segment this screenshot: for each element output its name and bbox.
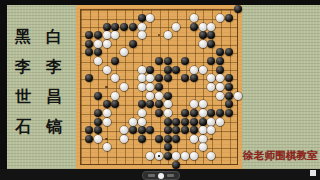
stone-white bbox=[207, 152, 215, 160]
stone-white bbox=[155, 92, 163, 100]
letterbox-bar-left bbox=[0, 5, 7, 169]
stone-white bbox=[207, 83, 215, 91]
star-point bbox=[105, 138, 107, 140]
stone-black bbox=[94, 31, 102, 39]
black-name-char: 黑 bbox=[14, 28, 32, 45]
rewind-icon[interactable] bbox=[148, 174, 155, 177]
stone-white bbox=[103, 66, 111, 74]
stone-black bbox=[155, 109, 163, 117]
stone-white bbox=[120, 48, 128, 56]
stone-white bbox=[164, 109, 172, 117]
stone-white bbox=[94, 135, 102, 143]
stone-black bbox=[103, 100, 111, 108]
stone-black bbox=[181, 57, 189, 65]
stone-black bbox=[94, 118, 102, 126]
forward-icon[interactable] bbox=[167, 174, 174, 177]
stone-black bbox=[225, 100, 233, 108]
stone-black bbox=[111, 23, 119, 31]
stone-black bbox=[225, 74, 233, 82]
stone-white bbox=[199, 135, 207, 143]
stone-white bbox=[164, 100, 172, 108]
stone-white bbox=[111, 31, 119, 39]
black-player-name-column: 黑李世石 bbox=[14, 28, 32, 135]
stone-white bbox=[146, 14, 154, 22]
stone-black bbox=[85, 31, 93, 39]
stone-black bbox=[207, 57, 215, 65]
stone-black bbox=[207, 40, 215, 48]
stone-white bbox=[207, 118, 215, 126]
video-frame: 黑李世石 白李昌镐 徐老师围棋教室 bbox=[0, 0, 320, 180]
stone-white bbox=[181, 152, 189, 160]
stone-black bbox=[207, 109, 215, 117]
stone-black bbox=[85, 74, 93, 82]
stone-white bbox=[207, 23, 215, 31]
stone-white bbox=[103, 143, 111, 151]
stone-black bbox=[181, 109, 189, 117]
stone-white bbox=[199, 100, 207, 108]
star-point bbox=[105, 86, 107, 88]
white-name-char: 白 bbox=[45, 28, 63, 45]
stone-black bbox=[129, 23, 137, 31]
stone-white bbox=[190, 14, 198, 22]
stone-black bbox=[129, 126, 137, 134]
board-stones-layer bbox=[76, 5, 242, 169]
star-point bbox=[210, 138, 212, 140]
stone-black bbox=[155, 83, 163, 91]
stone-black bbox=[111, 57, 119, 65]
stone-black bbox=[85, 126, 93, 134]
stone-black bbox=[225, 14, 233, 22]
stone-black bbox=[164, 118, 172, 126]
stone-white bbox=[199, 66, 207, 74]
stone-white bbox=[120, 135, 128, 143]
video-scrubber[interactable] bbox=[142, 171, 180, 180]
stone-white bbox=[103, 31, 111, 39]
stone-white bbox=[190, 152, 198, 160]
stone-black bbox=[225, 83, 233, 91]
stone-black bbox=[172, 126, 180, 134]
stone-black bbox=[225, 48, 233, 56]
stone-black bbox=[138, 100, 146, 108]
stone-black bbox=[181, 118, 189, 126]
go-board bbox=[76, 5, 242, 169]
stone-white bbox=[199, 23, 207, 31]
stone-white bbox=[216, 118, 224, 126]
stone-black bbox=[155, 100, 163, 108]
stone-black bbox=[216, 57, 224, 65]
stone-white bbox=[190, 135, 198, 143]
stone-black bbox=[146, 100, 154, 108]
stone-white bbox=[146, 83, 154, 91]
star-point bbox=[158, 34, 160, 36]
stone-white bbox=[216, 74, 224, 82]
stone-white bbox=[199, 126, 207, 134]
white-name-char: 镐 bbox=[45, 118, 63, 135]
stone-black bbox=[172, 161, 180, 169]
stone-white bbox=[138, 23, 146, 31]
stone-black bbox=[138, 126, 146, 134]
stone-white bbox=[216, 14, 224, 22]
fullscreen-icon[interactable] bbox=[310, 170, 316, 176]
stone-white bbox=[111, 92, 119, 100]
stone-black bbox=[172, 66, 180, 74]
stone-black bbox=[199, 118, 207, 126]
stone-black bbox=[181, 74, 189, 82]
stone-black bbox=[190, 126, 198, 134]
stone-black bbox=[94, 92, 102, 100]
letterbox-bar-top bbox=[0, 0, 320, 5]
stone-black bbox=[216, 66, 224, 74]
stone-black bbox=[138, 14, 146, 22]
stone-black bbox=[190, 109, 198, 117]
stone-black bbox=[199, 31, 207, 39]
stone-white bbox=[199, 40, 207, 48]
stone-white bbox=[199, 143, 207, 151]
stone-black bbox=[190, 118, 198, 126]
stone-white bbox=[138, 109, 146, 117]
stone-white bbox=[190, 100, 198, 108]
stone-white bbox=[94, 40, 102, 48]
stone-black bbox=[85, 48, 93, 56]
stone-black bbox=[155, 74, 163, 82]
stone-black bbox=[164, 66, 172, 74]
stone-black bbox=[94, 126, 102, 134]
stone-white bbox=[207, 74, 215, 82]
stone-black bbox=[94, 48, 102, 56]
stone-black bbox=[216, 109, 224, 117]
stone-black bbox=[216, 48, 224, 56]
stone-black bbox=[129, 40, 137, 48]
stone-black bbox=[103, 23, 111, 31]
stone-black bbox=[155, 57, 163, 65]
stone-black bbox=[85, 40, 93, 48]
stone-white bbox=[103, 109, 111, 117]
stone-white bbox=[207, 126, 215, 134]
stone-black bbox=[146, 66, 154, 74]
stone-black bbox=[164, 92, 172, 100]
stone-black bbox=[85, 135, 93, 143]
black-name-char: 李 bbox=[14, 58, 32, 75]
stone-white bbox=[138, 83, 146, 91]
stone-white bbox=[234, 92, 242, 100]
white-name-char: 李 bbox=[45, 58, 63, 75]
playhead-knob-icon[interactable] bbox=[158, 173, 164, 179]
stone-white bbox=[146, 152, 154, 160]
stone-black bbox=[120, 23, 128, 31]
stone-black bbox=[146, 126, 154, 134]
stone-white bbox=[120, 126, 128, 134]
stone-black bbox=[225, 92, 233, 100]
stone-black bbox=[190, 23, 198, 31]
stone-black bbox=[111, 100, 119, 108]
stone-black bbox=[164, 152, 172, 160]
stone-white bbox=[164, 31, 172, 39]
stone-black bbox=[138, 135, 146, 143]
stone-white bbox=[190, 66, 198, 74]
stone-white bbox=[111, 74, 119, 82]
black-name-char: 世 bbox=[14, 88, 32, 105]
stone-white bbox=[146, 74, 154, 82]
stone-black bbox=[225, 109, 233, 117]
stone-white bbox=[155, 152, 163, 160]
stone-white bbox=[146, 92, 154, 100]
stone-black bbox=[164, 74, 172, 82]
stone-black bbox=[94, 109, 102, 117]
stone-black bbox=[164, 57, 172, 65]
white-player-name-column: 白李昌镐 bbox=[45, 28, 63, 135]
stone-white bbox=[216, 83, 224, 91]
stone-white bbox=[138, 118, 146, 126]
stone-black bbox=[190, 74, 198, 82]
stone-white bbox=[216, 92, 224, 100]
stone-white bbox=[199, 109, 207, 117]
stone-black bbox=[164, 135, 172, 143]
stone-white bbox=[138, 74, 146, 82]
stone-white bbox=[172, 23, 180, 31]
stone-white bbox=[138, 66, 146, 74]
stone-black bbox=[181, 126, 189, 134]
stone-black bbox=[164, 126, 172, 134]
stone-black bbox=[155, 135, 163, 143]
stone-black bbox=[234, 5, 242, 13]
channel-caption: 徐老师围棋教室 bbox=[243, 149, 319, 163]
stone-white bbox=[103, 40, 111, 48]
stone-white bbox=[138, 31, 146, 39]
stone-black bbox=[172, 135, 180, 143]
stone-black bbox=[172, 118, 180, 126]
stone-white bbox=[129, 118, 137, 126]
white-name-char: 昌 bbox=[45, 88, 63, 105]
stone-white bbox=[120, 83, 128, 91]
stone-white bbox=[94, 57, 102, 65]
stone-black bbox=[164, 143, 172, 151]
stone-white bbox=[172, 152, 180, 160]
stone-white bbox=[103, 118, 111, 126]
stone-black bbox=[207, 31, 215, 39]
black-name-char: 石 bbox=[14, 118, 32, 135]
